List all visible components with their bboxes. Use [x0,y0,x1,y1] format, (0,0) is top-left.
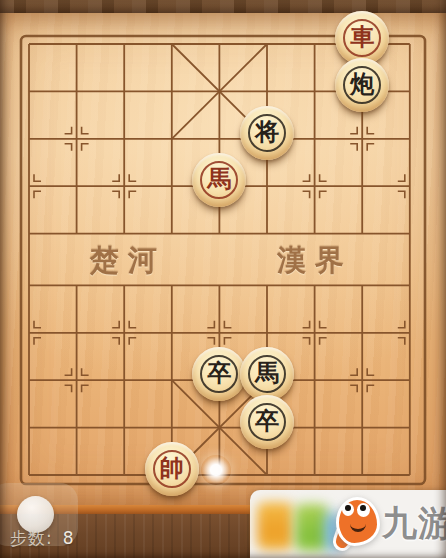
piece-grid: 車炮将馬卒馬卒帥 [5,20,433,498]
piece-label: 卒 [207,361,231,385]
piece-black-卒[interactable]: 卒 [240,395,294,449]
piece-red-帥[interactable]: 帥 [145,442,199,496]
watermark-panel: 九游 [250,490,446,558]
steps-label: 步数: [10,528,53,548]
piece-label: 炮 [350,72,374,96]
xiangqi-board[interactable]: 楚河 漢界 車炮将馬卒馬卒帥 [0,13,446,505]
steps-counter: 步数:8 [10,527,75,550]
steps-value: 8 [63,528,75,548]
table-wood-top [0,0,446,13]
piece-label: 将 [255,120,279,144]
piece-label: 帥 [160,456,184,480]
piece-red-馬[interactable]: 馬 [192,153,246,207]
piece-label: 馬 [255,361,279,385]
piece-red-車[interactable]: 車 [335,11,389,65]
blurred-app-icon-green [295,504,328,551]
9game-mascot-icon [334,495,382,549]
blurred-app-icon-orange [257,502,293,550]
game-screen: 楚河 漢界 車炮将馬卒馬卒帥 步数:8 九游 [0,0,446,558]
piece-black-卒[interactable]: 卒 [192,347,246,401]
piece-label: 馬 [207,167,231,191]
piece-black-馬[interactable]: 馬 [240,347,294,401]
piece-black-将[interactable]: 将 [240,106,294,160]
move-indicator-dot[interactable] [201,455,231,485]
piece-black-炮[interactable]: 炮 [335,58,389,112]
piece-label: 車 [350,25,374,49]
9game-logo-text: 九游 [382,500,446,547]
piece-label: 卒 [255,409,279,433]
